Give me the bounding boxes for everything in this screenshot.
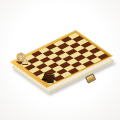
product-photo-scene: ♜♞♝♛♚♝♞♜♟♟♟♟♟♟♟♟♟♟♟♟♟♟♟♟♜♞♝♛♚♝♞♜ (0, 0, 120, 120)
